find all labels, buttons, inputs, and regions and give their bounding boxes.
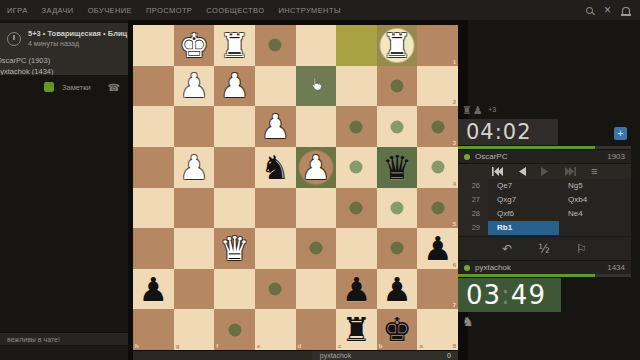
square-e6[interactable]: [255, 228, 296, 269]
piece-white-pawn[interactable]: ♟: [179, 69, 209, 102]
move-nav: ≡: [458, 164, 631, 179]
move-white-27[interactable]: Qxg7: [488, 193, 559, 207]
square-a2[interactable]: 2: [417, 66, 458, 107]
square-a8[interactable]: a8: [417, 309, 458, 350]
player-clock: 03:49: [458, 278, 561, 312]
piece-black-knight[interactable]: ♞: [260, 151, 290, 184]
nav-menu-button[interactable]: ≡: [591, 166, 597, 177]
piece-black-pawn[interactable]: ♟: [423, 232, 453, 265]
square-h4[interactable]: [133, 147, 174, 188]
piece-white-pawn[interactable]: ♟: [220, 69, 250, 102]
white-player-label[interactable]: OscarPC (1903): [0, 56, 128, 65]
square-f8[interactable]: f: [214, 309, 255, 350]
opponent-row: OscarPC 1903: [458, 150, 631, 163]
move-number: 27: [458, 193, 488, 207]
piece-white-rook[interactable]: ♜: [382, 29, 412, 62]
piece-black-pawn[interactable]: ♟: [342, 273, 372, 306]
give-time-button[interactable]: +: [614, 127, 627, 140]
piece-white-queen[interactable]: ♛: [220, 232, 250, 265]
left-sidebar: 5+3 • Товарищеская • Блиц 4 минуты назад…: [0, 20, 128, 360]
square-d2[interactable]: [296, 66, 337, 107]
game-time-ago: 4 минуты назад: [28, 40, 124, 47]
square-c5[interactable]: [336, 188, 377, 229]
takeback-button[interactable]: ↶: [502, 242, 512, 256]
piece-white-pawn[interactable]: ♟: [179, 151, 209, 184]
square-b5[interactable]: [377, 188, 418, 229]
square-e2[interactable]: [255, 66, 296, 107]
search-icon[interactable]: [586, 7, 593, 14]
move-number: 26: [458, 179, 488, 193]
material-advantage: +3: [488, 106, 496, 113]
chat-input[interactable]: [0, 346, 128, 360]
nav-prev-button[interactable]: [518, 167, 526, 176]
square-d1[interactable]: [296, 25, 337, 66]
piece-black-king[interactable]: ♚: [382, 313, 412, 346]
square-h2[interactable]: [133, 66, 174, 107]
square-c6[interactable]: [336, 228, 377, 269]
file-label-e: e: [257, 343, 260, 349]
top-nav: ИГРА ЗАДАЧИ ОБУЧЕНИЕ ПРОСМОТР СООБЩЕСТВО…: [0, 0, 640, 20]
move-black-29[interactable]: [559, 221, 630, 235]
crosstable-player: pyxtachok: [320, 352, 352, 359]
move-list: 26Qe7Ng527Qxg7Qxb428Qxf6Ne429Rb1: [458, 179, 631, 236]
nav-item-puzzles[interactable]: ЗАДАЧИ: [35, 6, 81, 15]
square-g2[interactable]: ♟: [174, 66, 215, 107]
square-g5[interactable]: [174, 188, 215, 229]
rank-label-8: 8: [453, 343, 456, 349]
square-c8[interactable]: ♜c: [336, 309, 377, 350]
crosstable-left: [133, 351, 312, 360]
square-f4[interactable]: [214, 147, 255, 188]
piece-white-pawn[interactable]: ♟: [260, 110, 290, 143]
piece-white-pawn[interactable]: ♟: [301, 151, 331, 184]
crosstable-score: 0: [447, 352, 451, 359]
square-b3[interactable]: [377, 106, 418, 147]
rank-label-3: 3: [453, 140, 456, 146]
square-a5[interactable]: 5: [417, 188, 458, 229]
board-zone: ♚♜♜1♟♟2♟3♟♞♟♛45♛♟6♟♟♟7hgfed♜c♚ba8: [128, 20, 468, 360]
piece-black-rook[interactable]: ♜: [342, 313, 372, 346]
square-h6[interactable]: [133, 228, 174, 269]
square-d4[interactable]: ♟: [296, 147, 337, 188]
file-label-f: f: [216, 343, 218, 349]
game-panel: ♜♟ +3 04:02 + OscarPC 1903 ≡ 26Qe7Ng527Q…: [458, 100, 631, 350]
rank-label-1: 1: [453, 59, 456, 65]
square-a7[interactable]: 7: [417, 269, 458, 310]
chat-message: вежливы в чате!: [7, 336, 60, 343]
black-player-label[interactable]: pyxtachok (1434): [0, 67, 128, 75]
chess-board[interactable]: ♚♜♜1♟♟2♟3♟♞♟♛45♛♟6♟♟♟7hgfed♜c♚ba8: [133, 25, 458, 350]
file-label-c: c: [338, 343, 341, 349]
opponent-time-bar: [458, 146, 631, 149]
move-white-28[interactable]: Qxf6: [488, 207, 559, 221]
square-b4[interactable]: ♛: [377, 147, 418, 188]
rank-label-6: 6: [453, 262, 456, 268]
rank-label-2: 2: [453, 99, 456, 105]
draw-offer-button[interactable]: ½: [538, 242, 550, 256]
square-d7[interactable]: [296, 269, 337, 310]
file-label-b: b: [379, 343, 383, 349]
piece-white-rook[interactable]: ♜: [220, 29, 250, 62]
file-label-a: a: [419, 343, 422, 349]
captured-by-black: ♞: [462, 314, 474, 329]
piece-black-pawn[interactable]: ♟: [382, 273, 412, 306]
opponent-rating: 1903: [607, 152, 625, 161]
square-f5[interactable]: [214, 188, 255, 229]
square-f1[interactable]: ♜: [214, 25, 255, 66]
square-e8[interactable]: e: [255, 309, 296, 350]
tab-notes[interactable]: Заметки: [62, 83, 91, 92]
hand-cursor-icon: [309, 77, 323, 95]
nav-item-learn[interactable]: ОБУЧЕНИЕ: [81, 6, 139, 15]
move-row: 26Qe7Ng5: [458, 179, 631, 193]
move-black-27[interactable]: Qxb4: [559, 193, 630, 207]
move-white-29[interactable]: Rb1: [488, 221, 559, 235]
nav-item-play[interactable]: ИГРА: [0, 6, 35, 15]
game-type: 5+3 • Товарищеская • Блиц: [28, 29, 124, 38]
bell-icon[interactable]: [622, 7, 630, 14]
square-h5[interactable]: [133, 188, 174, 229]
player-rating: 1434: [607, 263, 625, 272]
square-b2[interactable]: [377, 66, 418, 107]
square-e5[interactable]: [255, 188, 296, 229]
opponent-name[interactable]: OscarPC: [475, 152, 507, 161]
square-c3[interactable]: [336, 106, 377, 147]
square-g7[interactable]: [174, 269, 215, 310]
rank-label-4: 4: [453, 181, 456, 187]
square-f3[interactable]: [214, 106, 255, 147]
square-a4[interactable]: 4: [417, 147, 458, 188]
move-number: 29: [458, 221, 488, 235]
file-label-d: d: [298, 343, 302, 349]
move-black-26[interactable]: Ng5: [559, 179, 630, 193]
nav-item-watch[interactable]: ПРОСМОТР: [139, 6, 199, 15]
square-f7[interactable]: [214, 269, 255, 310]
move-row: 27Qxg7Qxb4: [458, 193, 631, 207]
blitz-clock-icon: [7, 32, 21, 46]
move-row: 29Rb1: [458, 221, 631, 235]
chat-message-row: вежливы в чате!: [0, 332, 128, 345]
square-a3[interactable]: 3: [417, 106, 458, 147]
file-label-g: g: [176, 343, 180, 349]
piece-white-king[interactable]: ♚: [179, 29, 209, 62]
square-d8[interactable]: d: [296, 309, 337, 350]
square-a1[interactable]: 1: [417, 25, 458, 66]
player-time-bar: [458, 274, 631, 277]
online-dot: [464, 154, 470, 160]
square-g6[interactable]: [174, 228, 215, 269]
square-c7[interactable]: ♟: [336, 269, 377, 310]
player-row: pyxtachok 1434: [458, 261, 631, 274]
square-a6[interactable]: ♟6: [417, 228, 458, 269]
square-b6[interactable]: [377, 228, 418, 269]
nav-first-button[interactable]: [492, 167, 503, 176]
square-b7[interactable]: ♟: [377, 269, 418, 310]
file-label-h: h: [135, 343, 139, 349]
nav-next-button[interactable]: [541, 167, 549, 176]
move-row: 28Qxf6Ne4: [458, 207, 631, 221]
square-h7[interactable]: ♟: [133, 269, 174, 310]
resign-flag-button[interactable]: ⚐: [576, 242, 587, 256]
square-b1[interactable]: ♜: [377, 25, 418, 66]
nav-item-tools[interactable]: ИНСТРУМЕНТЫ: [271, 6, 347, 15]
square-h3[interactable]: [133, 106, 174, 147]
square-h1[interactable]: [133, 25, 174, 66]
piece-black-queen[interactable]: ♛: [382, 151, 412, 184]
close-icon[interactable]: ×: [604, 5, 611, 15]
square-c4[interactable]: [336, 147, 377, 188]
square-g3[interactable]: [174, 106, 215, 147]
square-e3[interactable]: ♟: [255, 106, 296, 147]
square-b8[interactable]: ♚b: [377, 309, 418, 350]
game-actions: ↶ ½ ⚐: [458, 236, 631, 260]
game-info-box: 5+3 • Товарищеская • Блиц 4 минуты назад…: [0, 23, 128, 75]
square-g8[interactable]: g: [174, 309, 215, 350]
online-dot: [464, 265, 470, 271]
square-e1[interactable]: [255, 25, 296, 66]
square-e4[interactable]: ♞: [255, 147, 296, 188]
move-white-26[interactable]: Qe7: [488, 179, 559, 193]
square-d6[interactable]: [296, 228, 337, 269]
move-black-28[interactable]: Ne4: [559, 207, 630, 221]
chat-tabs: Заметки ☎: [0, 78, 128, 96]
rank-label-7: 7: [453, 302, 456, 308]
piece-black-pawn[interactable]: ♟: [139, 273, 169, 306]
square-d3[interactable]: [296, 106, 337, 147]
square-f2[interactable]: ♟: [214, 66, 255, 107]
square-h8[interactable]: h: [133, 309, 174, 350]
chat-toggle-icon[interactable]: [44, 82, 54, 92]
square-d5[interactable]: [296, 188, 337, 229]
move-number: 28: [458, 207, 488, 221]
square-e7[interactable]: [255, 269, 296, 310]
opponent-clock: 04:02: [458, 119, 558, 145]
captured-by-white: ♜♟ +3: [462, 104, 496, 117]
rank-label-5: 5: [453, 221, 456, 227]
player-name[interactable]: pyxtachok: [475, 263, 511, 272]
nav-item-community[interactable]: СООБЩЕСТВО: [199, 6, 271, 15]
square-f6[interactable]: ♛: [214, 228, 255, 269]
square-g4[interactable]: ♟: [174, 147, 215, 188]
phone-icon[interactable]: ☎: [108, 82, 120, 93]
crosstable[interactable]: pyxtachok 0: [133, 351, 458, 360]
nav-last-button[interactable]: [565, 167, 576, 176]
square-c1[interactable]: [336, 25, 377, 66]
square-c2[interactable]: [336, 66, 377, 107]
square-g1[interactable]: ♚: [174, 25, 215, 66]
